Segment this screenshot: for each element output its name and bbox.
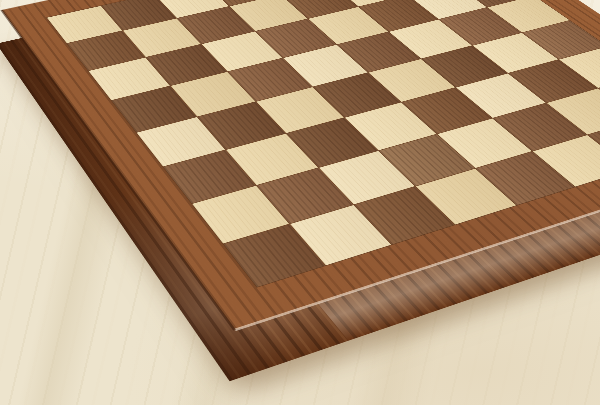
photo-scene <box>0 0 600 405</box>
